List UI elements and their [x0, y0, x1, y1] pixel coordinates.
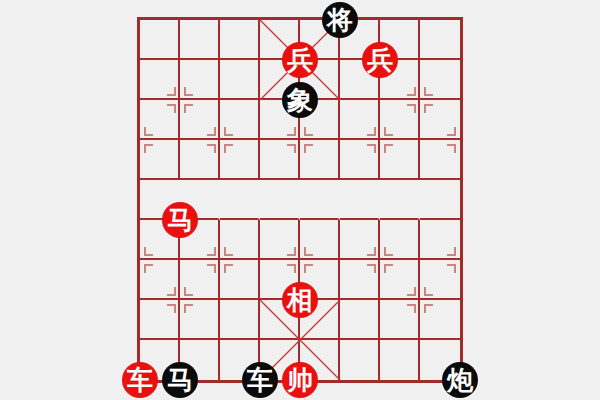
xiangqi-board[interactable]: 将兵兵象马相车马车帅炮: [0, 0, 600, 400]
xiangqi-app: 将兵兵象马相车马车帅炮: [0, 0, 600, 400]
piece-red-soldier-1[interactable]: 兵: [282, 42, 318, 78]
board-pieces: 将兵兵象马相车马车帅炮: [0, 0, 600, 400]
piece-red-horse[interactable]: 马: [162, 202, 198, 238]
piece-black-general[interactable]: 将: [322, 2, 358, 38]
piece-black-elephant[interactable]: 象: [282, 82, 318, 118]
piece-black-chariot[interactable]: 车: [242, 362, 278, 398]
piece-black-horse[interactable]: 马: [162, 362, 198, 398]
piece-black-cannon[interactable]: 炮: [442, 362, 478, 398]
piece-red-general[interactable]: 帅: [282, 362, 318, 398]
piece-red-elephant[interactable]: 相: [282, 282, 318, 318]
piece-red-chariot[interactable]: 车: [122, 362, 158, 398]
piece-red-soldier-2[interactable]: 兵: [362, 42, 398, 78]
